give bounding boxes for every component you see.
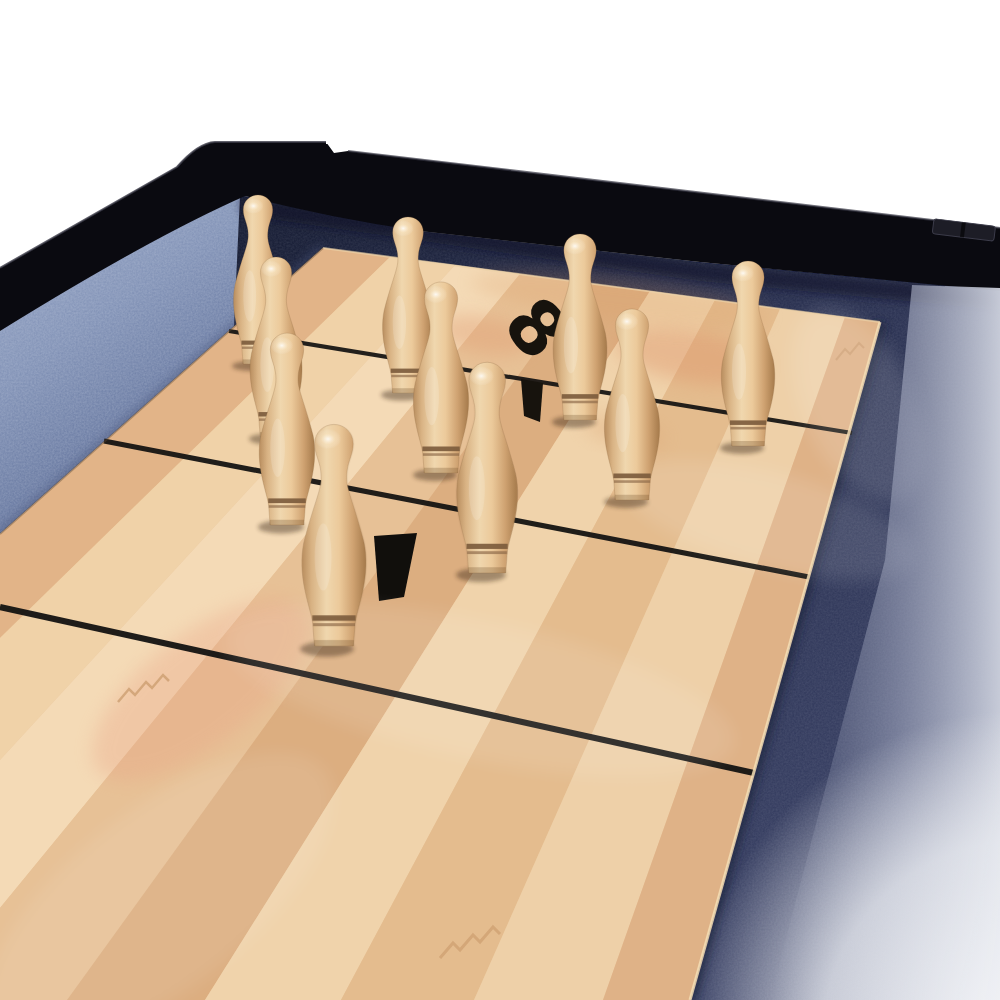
product-photo-shuffleboard-bowling: 8 (0, 0, 1000, 1000)
zone-number-7-fragment (521, 379, 543, 422)
scene-svg: 8 (0, 0, 1000, 1000)
